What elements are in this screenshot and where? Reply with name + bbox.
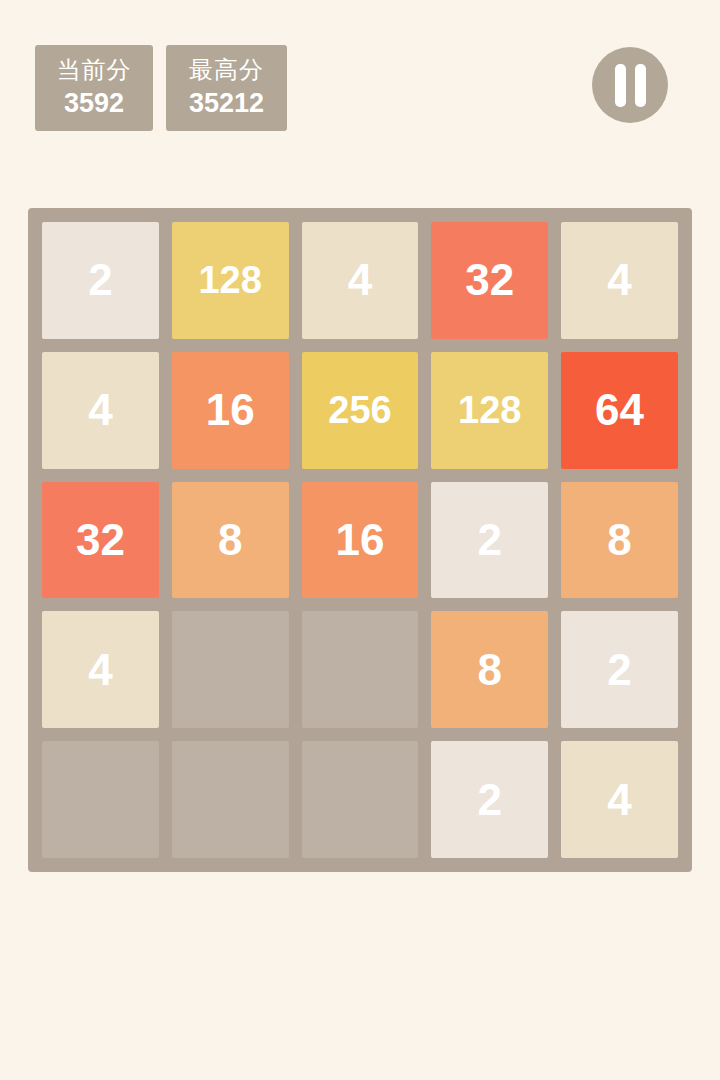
tile-4: 4: [42, 352, 159, 469]
tile-8: 8: [561, 482, 678, 599]
tile-8: 8: [431, 611, 548, 728]
game-board[interactable]: 2128432441625612864328162848224: [28, 208, 692, 872]
tile-256: 256: [302, 352, 419, 469]
tile-4: 4: [302, 222, 419, 339]
empty-cell: [42, 741, 159, 858]
tile-128: 128: [431, 352, 548, 469]
tile-16: 16: [302, 482, 419, 599]
best-score-box: 最高分 35212: [166, 45, 287, 131]
tile-2: 2: [431, 482, 548, 599]
current-score-box: 当前分 3592: [35, 45, 153, 131]
tile-2: 2: [561, 611, 678, 728]
tile-16: 16: [172, 352, 289, 469]
best-score-value: 35212: [189, 87, 264, 119]
game-screen: 当前分 3592 最高分 35212 212843244162561286432…: [0, 0, 720, 1080]
pause-icon: [615, 64, 646, 107]
tile-4: 4: [561, 741, 678, 858]
tile-4: 4: [42, 611, 159, 728]
empty-cell: [172, 611, 289, 728]
tile-2: 2: [42, 222, 159, 339]
tile-64: 64: [561, 352, 678, 469]
empty-cell: [172, 741, 289, 858]
current-score-label: 当前分: [57, 56, 132, 85]
tile-8: 8: [172, 482, 289, 599]
best-score-label: 最高分: [189, 56, 264, 85]
pause-button[interactable]: [592, 47, 668, 123]
tile-128: 128: [172, 222, 289, 339]
tile-32: 32: [431, 222, 548, 339]
tile-2: 2: [431, 741, 548, 858]
empty-cell: [302, 611, 419, 728]
tile-32: 32: [42, 482, 159, 599]
score-panel: 当前分 3592 最高分 35212: [35, 45, 287, 131]
current-score-value: 3592: [64, 87, 124, 119]
tile-4: 4: [561, 222, 678, 339]
empty-cell: [302, 741, 419, 858]
